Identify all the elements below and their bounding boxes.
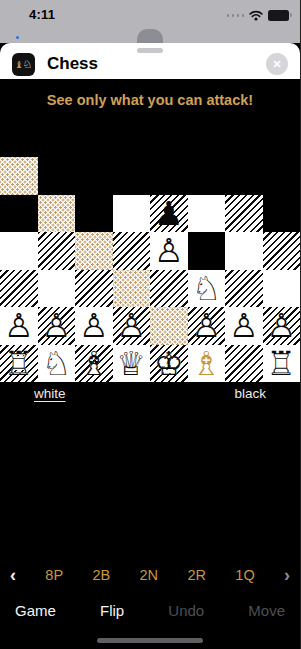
square-f1[interactable]: ♝♗ xyxy=(188,345,226,383)
underlying-sheet-edge xyxy=(137,29,163,43)
square-c5[interactable] xyxy=(75,195,113,233)
wifi-icon xyxy=(249,10,263,21)
square-g3[interactable] xyxy=(225,270,263,308)
square-e2[interactable] xyxy=(150,307,188,345)
selected-white-piece-B-f1: ♗ xyxy=(188,345,226,383)
piece-fill-a1: ♜ xyxy=(0,345,38,383)
white-piece-P-d2: ♙ xyxy=(113,307,151,345)
piece-fill-a2: ♟ xyxy=(0,307,38,345)
square-a5[interactable] xyxy=(0,195,38,233)
square-d2[interactable]: ♟♙ xyxy=(113,307,151,345)
square-c1[interactable]: ♝♗ xyxy=(75,345,113,383)
count-pawns[interactable]: 8P xyxy=(45,567,63,583)
square-g5[interactable] xyxy=(225,195,263,233)
square-b2[interactable]: ♟♙ xyxy=(38,307,76,345)
square-h4[interactable] xyxy=(263,232,301,270)
white-piece-P-g2: ♙ xyxy=(225,307,263,345)
square-c6[interactable] xyxy=(75,157,113,195)
battery-icon xyxy=(268,10,289,21)
game-area: See only what you can attack! ♟♟♙♞♘♟♙♟♙♟… xyxy=(0,79,300,649)
piece-fill-c1: ♝ xyxy=(75,345,113,383)
square-d3[interactable] xyxy=(113,270,151,308)
background-app-dot xyxy=(16,36,19,39)
square-b3[interactable] xyxy=(38,270,76,308)
square-a2[interactable]: ♟♙ xyxy=(0,307,38,345)
piece-fill-d1: ♛ xyxy=(113,345,151,383)
piece-fill-c2: ♟ xyxy=(75,307,113,345)
move-button[interactable]: Move xyxy=(248,602,285,619)
piece-fill-b1: ♞ xyxy=(38,345,76,383)
square-f5[interactable] xyxy=(188,195,226,233)
square-d1[interactable]: ♛♕ xyxy=(113,345,151,383)
square-d5[interactable] xyxy=(113,195,151,233)
square-e1[interactable]: ♚♔ xyxy=(150,345,188,383)
square-a3[interactable] xyxy=(0,270,38,308)
square-g1[interactable] xyxy=(225,345,263,383)
white-piece-P-c2: ♙ xyxy=(75,307,113,345)
square-d6[interactable] xyxy=(113,157,151,195)
count-bishops[interactable]: 2B xyxy=(92,567,110,583)
square-c7[interactable] xyxy=(75,120,113,158)
square-h3[interactable] xyxy=(263,270,301,308)
close-button[interactable]: ✕ xyxy=(266,53,288,75)
chess-board: ♟♟♙♞♘♟♙♟♙♟♙♟♙♟♙♟♙♟♙♜♖♞♘♝♗♛♕♚♔♝♗♜♖ xyxy=(0,82,300,382)
square-a1[interactable]: ♜♖ xyxy=(0,345,38,383)
square-h2[interactable]: ♟♙ xyxy=(263,307,301,345)
square-a6[interactable] xyxy=(0,157,38,195)
piece-fill-f2: ♟ xyxy=(188,307,226,345)
square-d4[interactable] xyxy=(113,232,151,270)
square-h1[interactable]: ♜♖ xyxy=(263,345,301,383)
home-indicator[interactable] xyxy=(97,638,203,643)
piece-fill-f3: ♞ xyxy=(188,270,226,308)
white-piece-P-b2: ♙ xyxy=(38,307,76,345)
square-h7[interactable] xyxy=(263,120,301,158)
square-f2[interactable]: ♟♙ xyxy=(188,307,226,345)
white-piece-N-f3: ♘ xyxy=(188,270,226,308)
undo-button[interactable]: Undo xyxy=(168,602,204,619)
square-b4[interactable] xyxy=(38,232,76,270)
square-a4[interactable] xyxy=(0,232,38,270)
chess-sheet: ♝ ♘ Chess ✕ See only what you can attack… xyxy=(0,43,300,649)
square-a7[interactable] xyxy=(0,120,38,158)
square-h6[interactable] xyxy=(263,157,301,195)
square-g4[interactable] xyxy=(225,232,263,270)
square-g7[interactable] xyxy=(225,120,263,158)
square-e5[interactable]: ♟ xyxy=(150,195,188,233)
cellular-signal-icon xyxy=(227,14,245,17)
square-f6[interactable] xyxy=(188,157,226,195)
piece-fill-h1: ♜ xyxy=(263,345,301,383)
game-button[interactable]: Game xyxy=(15,602,56,619)
dimmed-backdrop: 4:11 xyxy=(0,0,300,43)
white-piece-Q-d1: ♕ xyxy=(113,345,151,383)
white-player-label[interactable]: white xyxy=(34,386,66,401)
sheet-title: Chess xyxy=(47,54,98,74)
square-h5[interactable] xyxy=(263,195,301,233)
chevron-left-icon[interactable]: ‹ xyxy=(10,566,16,584)
black-piece-P-e5: ♟ xyxy=(150,195,188,233)
close-icon: ✕ xyxy=(272,58,281,71)
count-queens[interactable]: 1Q xyxy=(235,567,254,583)
piece-fill-h2: ♟ xyxy=(263,307,301,345)
knight-icon: ♘ xyxy=(23,53,33,76)
player-labels: white black xyxy=(0,386,300,401)
white-piece-P-a2: ♙ xyxy=(0,307,38,345)
hint-banner: See only what you can attack! xyxy=(0,92,300,108)
white-piece-P-e4: ♙ xyxy=(150,232,188,270)
piece-fill-e1: ♚ xyxy=(150,345,188,383)
black-player-label[interactable]: black xyxy=(234,386,266,401)
piece-fill-f1: ♝ xyxy=(188,345,226,383)
action-bar: Game Flip Undo Move xyxy=(0,600,300,620)
white-piece-R-h1: ♖ xyxy=(263,345,301,383)
square-b7[interactable] xyxy=(38,120,76,158)
white-piece-K-e1: ♔ xyxy=(150,345,188,383)
square-g6[interactable] xyxy=(225,157,263,195)
sheet-header: ♝ ♘ Chess ✕ xyxy=(12,52,288,76)
square-c2[interactable]: ♟♙ xyxy=(75,307,113,345)
status-icons xyxy=(227,10,290,21)
white-piece-P-h2: ♙ xyxy=(263,307,301,345)
square-e7[interactable] xyxy=(150,120,188,158)
square-d7[interactable] xyxy=(113,120,151,158)
white-piece-N-b1: ♘ xyxy=(38,345,76,383)
count-knights[interactable]: 2N xyxy=(140,567,159,583)
square-e6[interactable] xyxy=(150,157,188,195)
iphone-screen: 4:11 ♝ ♘ Chess ✕ See only what y xyxy=(0,0,300,649)
square-b1[interactable]: ♞♘ xyxy=(38,345,76,383)
piece-fill-d2: ♟ xyxy=(113,307,151,345)
status-time: 4:11 xyxy=(29,7,55,22)
flip-button[interactable]: Flip xyxy=(100,602,124,619)
square-b6[interactable] xyxy=(38,157,76,195)
piece-fill-e4: ♟ xyxy=(150,232,188,270)
square-c4[interactable] xyxy=(75,232,113,270)
square-g2[interactable]: ♟♙ xyxy=(225,307,263,345)
piece-count-pager: ‹ 8P 2B 2N 2R 1Q › xyxy=(0,565,300,585)
square-e3[interactable] xyxy=(150,270,188,308)
chevron-right-icon[interactable]: › xyxy=(284,566,290,584)
piece-fill-b2: ♟ xyxy=(38,307,76,345)
piece-fill-g2: ♟ xyxy=(225,307,263,345)
white-piece-P-f2: ♙ xyxy=(188,307,226,345)
white-piece-B-c1: ♗ xyxy=(75,345,113,383)
white-piece-R-a1: ♖ xyxy=(0,345,38,383)
square-e4[interactable]: ♟♙ xyxy=(150,232,188,270)
chess-app-icon: ♝ ♘ xyxy=(12,53,35,76)
square-f7[interactable] xyxy=(188,120,226,158)
square-c3[interactable] xyxy=(75,270,113,308)
count-rooks[interactable]: 2R xyxy=(187,567,206,583)
square-f4[interactable] xyxy=(188,232,226,270)
square-f3[interactable]: ♞♘ xyxy=(188,270,226,308)
square-b5[interactable] xyxy=(38,195,76,233)
